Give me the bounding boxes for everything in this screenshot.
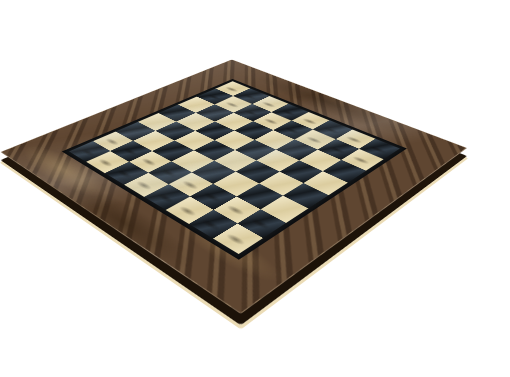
board-scene: ♜♞♝♛♚♝♞♜♟♟♟♟♟♟♟♟♟♟♟♟♟♟♟♟♜♞♝♛♚♝♞♜ bbox=[0, 0, 510, 377]
board-grid: ♜♞♝♛♚♝♞♜♟♟♟♟♟♟♟♟♟♟♟♟♟♟♟♟♜♞♝♛♚♝♞♜ bbox=[69, 81, 400, 254]
square-h7: ♟ bbox=[341, 149, 383, 171]
chess-board: ♜♞♝♛♚♝♞♜♟♟♟♟♟♟♟♟♟♟♟♟♟♟♟♟♜♞♝♛♚♝♞♜ bbox=[1, 59, 468, 314]
chess-set-photo: ♜♞♝♛♚♝♞♜♟♟♟♟♟♟♟♟♟♟♟♟♟♟♟♟♜♞♝♛♚♝♞♜ bbox=[0, 0, 510, 377]
white-rook: ♜ bbox=[211, 187, 260, 242]
black-pawn: ♟ bbox=[344, 125, 377, 162]
square-h1: ♜ bbox=[213, 223, 263, 254]
